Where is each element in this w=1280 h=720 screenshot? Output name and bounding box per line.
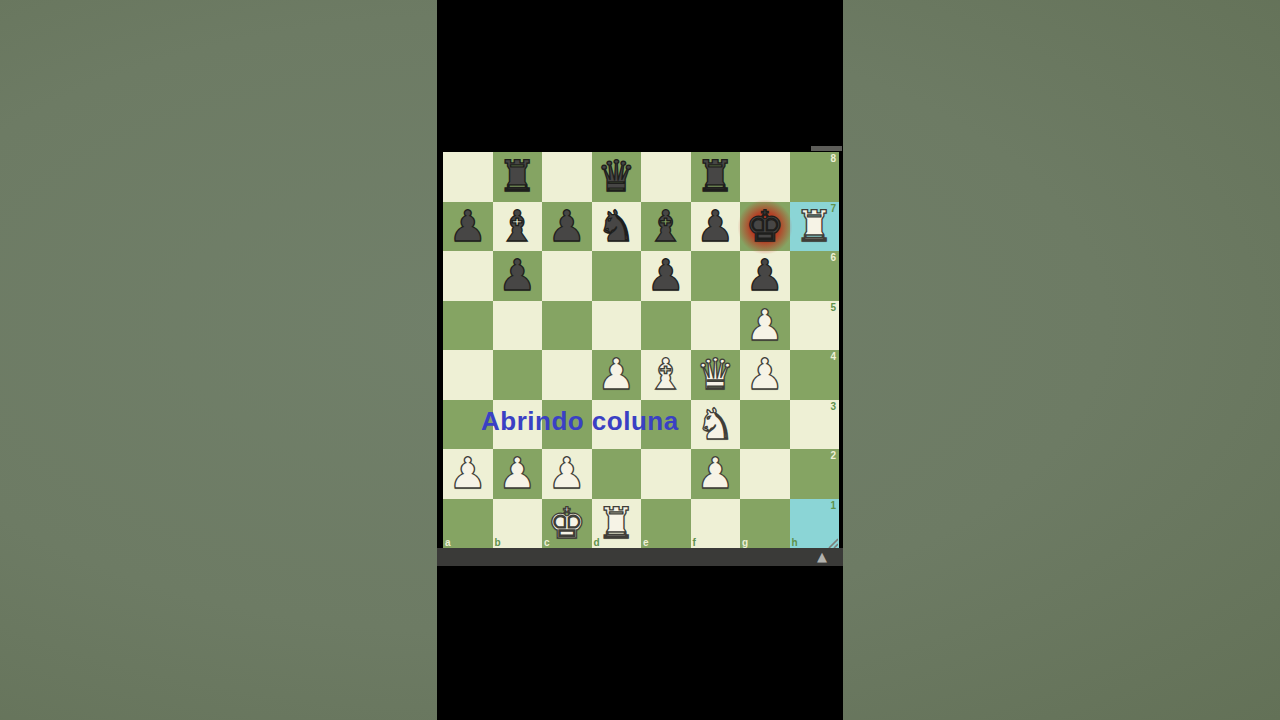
rank-label-6: 6 [830, 252, 836, 263]
square-h3[interactable]: 3 [790, 400, 840, 450]
white-pawn: ♟ [740, 301, 790, 351]
white-pawn: ♟ [542, 449, 592, 499]
rank-label-5: 5 [830, 302, 836, 313]
square-d7[interactable]: ♞ [592, 202, 642, 252]
square-d4[interactable]: ♟ [592, 350, 642, 400]
square-f8[interactable]: ♜ [691, 152, 741, 202]
square-d8[interactable]: ♛ [592, 152, 642, 202]
square-b4[interactable] [493, 350, 543, 400]
square-d2[interactable] [592, 449, 642, 499]
square-b2[interactable]: ♟ [493, 449, 543, 499]
video-frame: ♜♛♜8♟♝♟♞♝♟♚♜7♟♟♟6♟5♟♝♛♟4♞3♟♟♟♟2ab♚c♜defg… [437, 0, 843, 720]
file-label-b: b [495, 537, 501, 548]
square-e7[interactable]: ♝ [641, 202, 691, 252]
square-b7[interactable]: ♝ [493, 202, 543, 252]
square-f2[interactable]: ♟ [691, 449, 741, 499]
resize-handle[interactable] [825, 534, 838, 547]
square-f6[interactable] [691, 251, 741, 301]
square-g2[interactable] [740, 449, 790, 499]
black-pawn: ♟ [443, 202, 493, 252]
player-bar: ▲ [437, 548, 843, 566]
black-rook: ♜ [691, 152, 741, 202]
rank-label-4: 4 [830, 351, 836, 362]
file-label-g: g [742, 537, 748, 548]
square-g6[interactable]: ♟ [740, 251, 790, 301]
square-g3[interactable] [740, 400, 790, 450]
square-b1[interactable]: b [493, 499, 543, 549]
square-c2[interactable]: ♟ [542, 449, 592, 499]
square-h6[interactable]: 6 [790, 251, 840, 301]
file-label-e: e [643, 537, 649, 548]
white-pawn: ♟ [691, 449, 741, 499]
square-f7[interactable]: ♟ [691, 202, 741, 252]
black-pawn: ♟ [691, 202, 741, 252]
square-a4[interactable] [443, 350, 493, 400]
file-label-a: a [445, 537, 451, 548]
white-bishop: ♝ [641, 350, 691, 400]
chess-board[interactable]: ♜♛♜8♟♝♟♞♝♟♚♜7♟♟♟6♟5♟♝♛♟4♞3♟♟♟♟2ab♚c♜defg… [443, 152, 839, 548]
square-f3[interactable]: ♞ [691, 400, 741, 450]
white-pawn: ♟ [493, 449, 543, 499]
black-bishop: ♝ [493, 202, 543, 252]
rank-label-8: 8 [830, 153, 836, 164]
square-g4[interactable]: ♟ [740, 350, 790, 400]
square-e6[interactable]: ♟ [641, 251, 691, 301]
square-h8[interactable]: 8 [790, 152, 840, 202]
pawn-indicator-icon: ▲ [817, 549, 827, 565]
file-label-h: h [792, 537, 798, 548]
black-rook: ♜ [493, 152, 543, 202]
white-pawn: ♟ [740, 350, 790, 400]
square-c5[interactable] [542, 301, 592, 351]
file-label-c: c [544, 537, 550, 548]
square-d5[interactable] [592, 301, 642, 351]
rank-label-7: 7 [830, 203, 836, 214]
black-bishop: ♝ [641, 202, 691, 252]
square-a8[interactable] [443, 152, 493, 202]
square-c6[interactable] [542, 251, 592, 301]
square-a1[interactable]: a [443, 499, 493, 549]
square-c1[interactable]: ♚c [542, 499, 592, 549]
square-g5[interactable]: ♟ [740, 301, 790, 351]
square-g1[interactable]: g [740, 499, 790, 549]
square-d6[interactable] [592, 251, 642, 301]
background-blur: ♜♛♜8♟♝♟♞♝♟♚♜7♟♟♟6♟5♟♝♛♟4♞3♟♟♟♟2ab♚c♜defg… [0, 0, 1280, 720]
white-queen: ♛ [691, 350, 741, 400]
square-d1[interactable]: ♜d [592, 499, 642, 549]
white-pawn: ♟ [592, 350, 642, 400]
rank-label-1: 1 [830, 500, 836, 511]
black-pawn: ♟ [641, 251, 691, 301]
square-c7[interactable]: ♟ [542, 202, 592, 252]
square-b8[interactable]: ♜ [493, 152, 543, 202]
square-c4[interactable] [542, 350, 592, 400]
square-f1[interactable]: f [691, 499, 741, 549]
black-queen: ♛ [592, 152, 642, 202]
file-label-f: f [693, 537, 696, 548]
square-e8[interactable] [641, 152, 691, 202]
black-pawn: ♟ [493, 251, 543, 301]
square-e4[interactable]: ♝ [641, 350, 691, 400]
rank-label-2: 2 [830, 450, 836, 461]
square-h2[interactable]: 2 [790, 449, 840, 499]
black-knight: ♞ [592, 202, 642, 252]
file-label-d: d [594, 537, 600, 548]
square-a7[interactable]: ♟ [443, 202, 493, 252]
square-f5[interactable] [691, 301, 741, 351]
square-h4[interactable]: 4 [790, 350, 840, 400]
rank-label-3: 3 [830, 401, 836, 412]
square-h7[interactable]: ♜7 [790, 202, 840, 252]
check-indicator [738, 200, 792, 254]
square-h1[interactable]: 1h [790, 499, 840, 549]
square-e2[interactable] [641, 449, 691, 499]
square-h5[interactable]: 5 [790, 301, 840, 351]
square-g7[interactable]: ♚ [740, 202, 790, 252]
square-a2[interactable]: ♟ [443, 449, 493, 499]
square-b6[interactable]: ♟ [493, 251, 543, 301]
square-g8[interactable] [740, 152, 790, 202]
white-pawn: ♟ [443, 449, 493, 499]
square-a6[interactable] [443, 251, 493, 301]
square-f4[interactable]: ♛ [691, 350, 741, 400]
square-b5[interactable] [493, 301, 543, 351]
square-e1[interactable]: e [641, 499, 691, 549]
move-annotation-text: Abrindo coluna [481, 406, 679, 437]
black-pawn: ♟ [740, 251, 790, 301]
square-a5[interactable] [443, 301, 493, 351]
square-e5[interactable] [641, 301, 691, 351]
square-c8[interactable] [542, 152, 592, 202]
top-sliver [811, 146, 842, 151]
black-pawn: ♟ [542, 202, 592, 252]
white-knight: ♞ [691, 400, 741, 450]
